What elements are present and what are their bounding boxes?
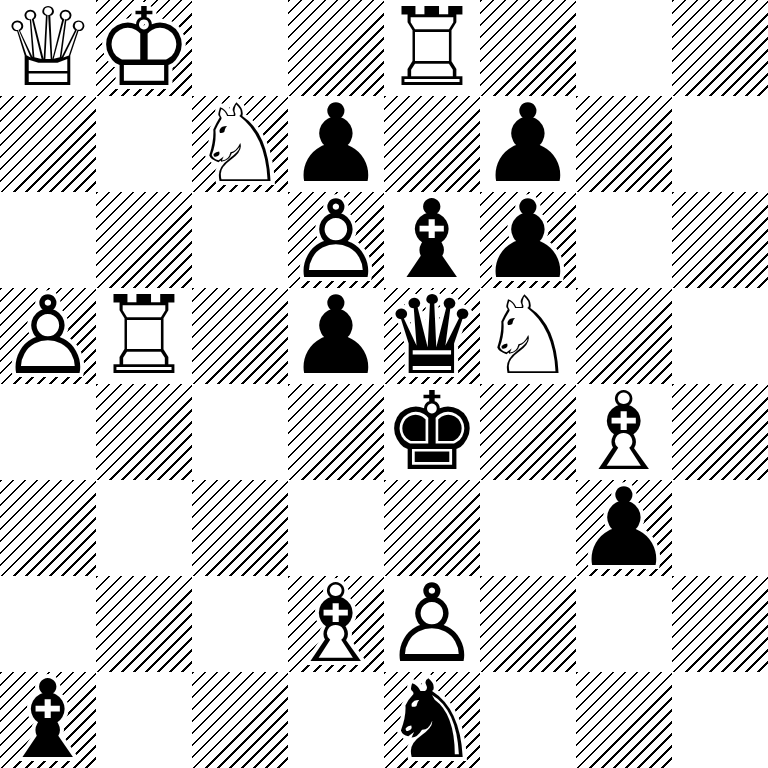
square-e4[interactable]: ♚♚ — [384, 384, 480, 480]
black-pawn-glyph: ♟ — [288, 96, 384, 192]
square-g6[interactable] — [576, 192, 672, 288]
square-a5[interactable]: ♟♙ — [0, 288, 96, 384]
square-f1[interactable] — [480, 672, 576, 768]
square-c2[interactable] — [192, 576, 288, 672]
black-bishop-glyph: ♝ — [384, 192, 480, 288]
white-queen-piece: ♛♕ — [0, 0, 96, 96]
square-b5[interactable]: ♜♖ — [96, 288, 192, 384]
white-bishop-piece: ♝♗ — [288, 576, 384, 672]
black-bishop-piece: ♝♝ — [0, 672, 96, 768]
black-pawn-glyph: ♟ — [480, 192, 576, 288]
square-c8[interactable] — [192, 0, 288, 96]
square-h8[interactable] — [672, 0, 768, 96]
square-d4[interactable] — [288, 384, 384, 480]
square-f5[interactable]: ♞♘ — [480, 288, 576, 384]
square-h7[interactable] — [672, 96, 768, 192]
white-pawn-piece: ♟♙ — [384, 576, 480, 672]
square-g4[interactable]: ♝♗ — [576, 384, 672, 480]
square-d8[interactable] — [288, 0, 384, 96]
black-pawn-glyph: ♟ — [480, 96, 576, 192]
square-a7[interactable] — [0, 96, 96, 192]
square-g3[interactable]: ♟♟ — [576, 480, 672, 576]
white-rook-glyph: ♖ — [96, 288, 192, 384]
white-bishop-piece: ♝♗ — [576, 384, 672, 480]
black-pawn-piece: ♟♟ — [288, 288, 384, 384]
square-b4[interactable] — [96, 384, 192, 480]
square-c3[interactable] — [192, 480, 288, 576]
black-pawn-glyph: ♟ — [288, 288, 384, 384]
black-king-glyph: ♚ — [384, 384, 480, 480]
black-knight-glyph: ♞ — [384, 672, 480, 768]
white-knight-piece: ♞♘ — [192, 96, 288, 192]
white-bishop-glyph: ♗ — [576, 384, 672, 480]
square-c5[interactable] — [192, 288, 288, 384]
white-pawn-piece: ♟♙ — [0, 288, 96, 384]
white-pawn-piece: ♟♙ — [288, 192, 384, 288]
square-b6[interactable] — [96, 192, 192, 288]
square-b1[interactable] — [96, 672, 192, 768]
square-e3[interactable] — [384, 480, 480, 576]
chess-board: ♛♕♚♔♜♖♞♘♟♟♟♟♟♙♝♝♟♟♟♙♜♖♟♟♛♛♞♘♚♚♝♗♟♟♝♗♟♙♝♝… — [0, 0, 768, 768]
white-rook-glyph: ♖ — [384, 0, 480, 96]
square-e8[interactable]: ♜♖ — [384, 0, 480, 96]
square-d3[interactable] — [288, 480, 384, 576]
square-d7[interactable]: ♟♟ — [288, 96, 384, 192]
white-king-glyph: ♔ — [96, 0, 192, 96]
square-f3[interactable] — [480, 480, 576, 576]
square-e5[interactable]: ♛♛ — [384, 288, 480, 384]
black-pawn-glyph: ♟ — [576, 480, 672, 576]
square-g7[interactable] — [576, 96, 672, 192]
square-h3[interactable] — [672, 480, 768, 576]
white-pawn-glyph: ♙ — [288, 192, 384, 288]
square-b8[interactable]: ♚♔ — [96, 0, 192, 96]
square-f2[interactable] — [480, 576, 576, 672]
white-pawn-glyph: ♙ — [384, 576, 480, 672]
square-a6[interactable] — [0, 192, 96, 288]
square-c1[interactable] — [192, 672, 288, 768]
white-king-piece: ♚♔ — [96, 0, 192, 96]
white-knight-piece: ♞♘ — [480, 288, 576, 384]
square-h6[interactable] — [672, 192, 768, 288]
white-knight-glyph: ♘ — [480, 288, 576, 384]
square-a8[interactable]: ♛♕ — [0, 0, 96, 96]
square-h4[interactable] — [672, 384, 768, 480]
white-queen-glyph: ♕ — [0, 0, 96, 96]
square-g5[interactable] — [576, 288, 672, 384]
black-pawn-piece: ♟♟ — [288, 96, 384, 192]
square-e2[interactable]: ♟♙ — [384, 576, 480, 672]
square-b7[interactable] — [96, 96, 192, 192]
square-d1[interactable] — [288, 672, 384, 768]
black-pawn-piece: ♟♟ — [480, 192, 576, 288]
square-g8[interactable] — [576, 0, 672, 96]
square-a1[interactable]: ♝♝ — [0, 672, 96, 768]
square-d6[interactable]: ♟♙ — [288, 192, 384, 288]
square-f7[interactable]: ♟♟ — [480, 96, 576, 192]
square-c4[interactable] — [192, 384, 288, 480]
square-f4[interactable] — [480, 384, 576, 480]
black-bishop-piece: ♝♝ — [384, 192, 480, 288]
square-d5[interactable]: ♟♟ — [288, 288, 384, 384]
white-pawn-glyph: ♙ — [0, 288, 96, 384]
black-knight-piece: ♞♞ — [384, 672, 480, 768]
black-queen-piece: ♛♛ — [384, 288, 480, 384]
white-rook-piece: ♜♖ — [96, 288, 192, 384]
square-b2[interactable] — [96, 576, 192, 672]
square-a4[interactable] — [0, 384, 96, 480]
square-h2[interactable] — [672, 576, 768, 672]
white-knight-glyph: ♘ — [192, 96, 288, 192]
square-c7[interactable]: ♞♘ — [192, 96, 288, 192]
black-pawn-piece: ♟♟ — [576, 480, 672, 576]
square-a3[interactable] — [0, 480, 96, 576]
black-bishop-glyph: ♝ — [0, 672, 96, 768]
square-d2[interactable]: ♝♗ — [288, 576, 384, 672]
square-f8[interactable] — [480, 0, 576, 96]
white-rook-piece: ♜♖ — [384, 0, 480, 96]
square-g2[interactable] — [576, 576, 672, 672]
square-e7[interactable] — [384, 96, 480, 192]
black-queen-glyph: ♛ — [384, 288, 480, 384]
square-b3[interactable] — [96, 480, 192, 576]
square-g1[interactable] — [576, 672, 672, 768]
square-e6[interactable]: ♝♝ — [384, 192, 480, 288]
square-a2[interactable] — [0, 576, 96, 672]
square-c6[interactable] — [192, 192, 288, 288]
square-h1[interactable] — [672, 672, 768, 768]
square-h5[interactable] — [672, 288, 768, 384]
square-f6[interactable]: ♟♟ — [480, 192, 576, 288]
black-pawn-piece: ♟♟ — [480, 96, 576, 192]
black-king-piece: ♚♚ — [384, 384, 480, 480]
white-bishop-glyph: ♗ — [288, 576, 384, 672]
square-e1[interactable]: ♞♞ — [384, 672, 480, 768]
